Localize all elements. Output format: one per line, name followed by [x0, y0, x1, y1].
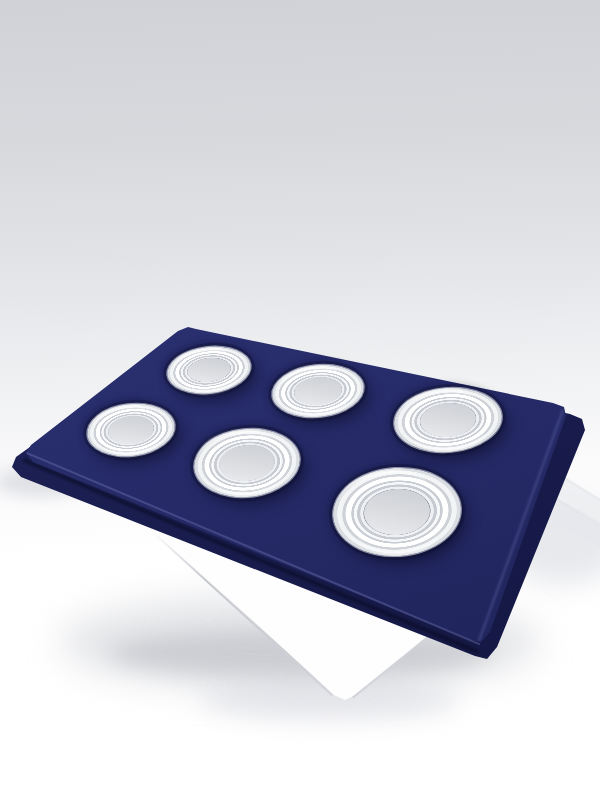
capsules-layer [0, 0, 600, 800]
coin-capsule [84, 399, 178, 461]
capsule-frosted-center [362, 487, 432, 537]
capsule-frosted-center [419, 401, 478, 439]
capsule-frosted-center [186, 355, 232, 384]
photo-canvas [0, 0, 600, 800]
capsule-frosted-center [293, 375, 343, 407]
coin-capsule [270, 360, 367, 421]
capsule-frosted-center [218, 443, 277, 484]
coin-capsule [165, 342, 254, 398]
coin-capsule [391, 383, 504, 456]
coin-capsule [191, 424, 304, 503]
capsule-frosted-center [107, 414, 156, 446]
coin-capsule [330, 464, 464, 561]
